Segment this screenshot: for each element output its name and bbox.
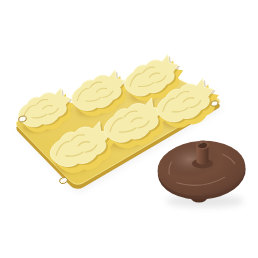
product-photo: [0, 0, 258, 258]
product-photo-stage: [0, 0, 258, 258]
